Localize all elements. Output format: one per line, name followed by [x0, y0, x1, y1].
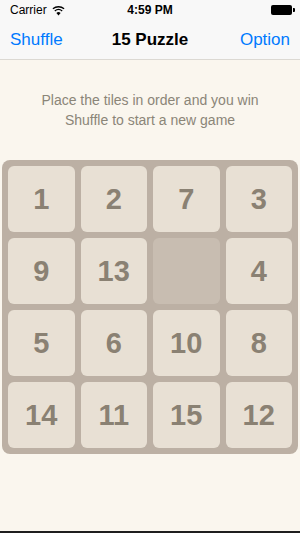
- tile-7[interactable]: 7: [153, 166, 220, 232]
- instructions: Place the tiles in order and you win Shu…: [0, 90, 300, 130]
- instruction-line-2: Shuffle to start a new game: [0, 110, 300, 130]
- status-right: [271, 5, 294, 15]
- option-button[interactable]: Option: [240, 30, 290, 50]
- tile-4[interactable]: 4: [226, 238, 293, 304]
- time-label: 4:59 PM: [0, 3, 300, 17]
- tile-1[interactable]: 1: [8, 166, 75, 232]
- shuffle-button[interactable]: Shuffle: [10, 30, 63, 50]
- tile-12[interactable]: 12: [226, 382, 293, 448]
- board: 127391345610814111512: [2, 160, 298, 454]
- tile-13[interactable]: 13: [81, 238, 148, 304]
- tile-6[interactable]: 6: [81, 310, 148, 376]
- status-bar: Carrier 4:59 PM: [0, 0, 300, 20]
- instruction-line-1: Place the tiles in order and you win: [0, 90, 300, 110]
- empty-cell: [153, 238, 220, 304]
- tile-3[interactable]: 3: [226, 166, 293, 232]
- app-screen: Carrier 4:59 PM 15 Puzzle Shuffle Option…: [0, 0, 300, 533]
- tile-10[interactable]: 10: [153, 310, 220, 376]
- tile-9[interactable]: 9: [8, 238, 75, 304]
- tile-15[interactable]: 15: [153, 382, 220, 448]
- nav-bar: 15 Puzzle Shuffle Option: [0, 20, 300, 60]
- tile-14[interactable]: 14: [8, 382, 75, 448]
- tile-2[interactable]: 2: [81, 166, 148, 232]
- tile-5[interactable]: 5: [8, 310, 75, 376]
- tile-8[interactable]: 8: [226, 310, 293, 376]
- battery-icon: [271, 5, 292, 15]
- tile-11[interactable]: 11: [81, 382, 148, 448]
